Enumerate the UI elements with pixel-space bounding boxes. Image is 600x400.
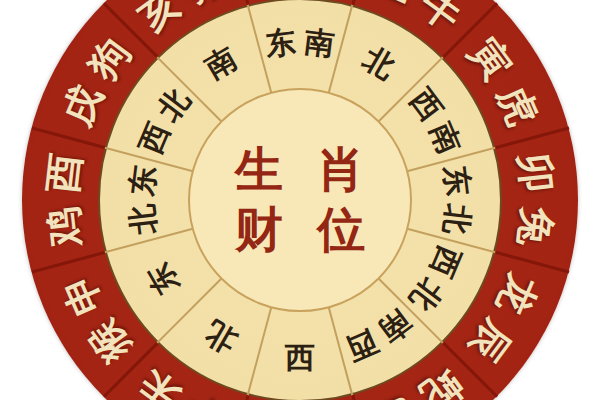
zodiac-char: 兔: [510, 201, 561, 252]
zodiac-wealth-wheel: 子鼠丑牛寅虎卯兔辰龙巳蛇午马未羊申猴酉鸡戌狗亥猪 东南北西南东北西北西南西北东东…: [0, 0, 600, 400]
zodiac-char: 酉: [39, 148, 90, 199]
direction-char: 北: [437, 199, 477, 239]
zodiac-char: 鸡: [39, 201, 90, 252]
zodiac-char: 卯: [510, 148, 561, 199]
direction-char: 西: [282, 340, 318, 376]
center-title-line-2: 财位: [201, 205, 399, 255]
direction-char: 东: [437, 161, 477, 201]
direction-char: 北: [123, 199, 163, 239]
center-medallion: 生肖 财位: [188, 88, 412, 312]
direction-char: 东: [261, 23, 301, 63]
direction-char: 东: [123, 161, 163, 201]
direction-char: 南: [299, 23, 339, 63]
center-title-line-1: 生肖: [201, 145, 399, 195]
